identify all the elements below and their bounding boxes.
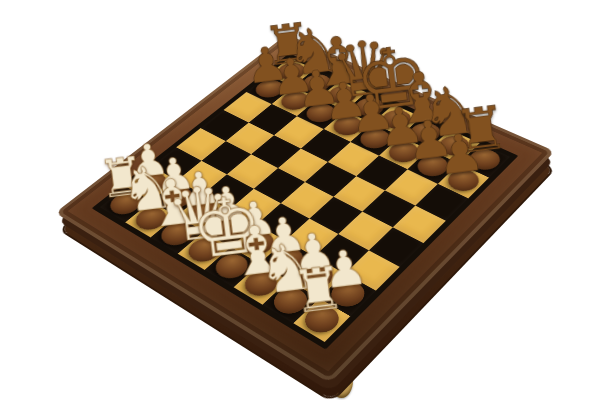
board-inner-border: ♜♞♝♛♚♝♞♜♟♟♟♟♟♟♟♟♟♟♟♟♟♟♟♟♜♞♝♛♚♝♞♜ bbox=[92, 53, 519, 349]
square-h7[interactable]: ♟ bbox=[437, 163, 489, 198]
square-h1[interactable]: ♜ bbox=[293, 298, 351, 342]
board-squares: ♜♞♝♛♚♝♞♜♟♟♟♟♟♟♟♟♟♟♟♟♟♟♟♟♜♞♝♛♚♝♞♜ bbox=[100, 58, 510, 342]
board-frame: ♜♞♝♛♚♝♞♜♟♟♟♟♟♟♟♟♟♟♟♟♟♟♟♟♜♞♝♛♚♝♞♜ bbox=[55, 34, 555, 383]
chess-board: ♜♞♝♛♚♝♞♜♟♟♟♟♟♟♟♟♟♟♟♟♟♟♟♟♜♞♝♛♚♝♞♜ bbox=[55, 34, 555, 383]
